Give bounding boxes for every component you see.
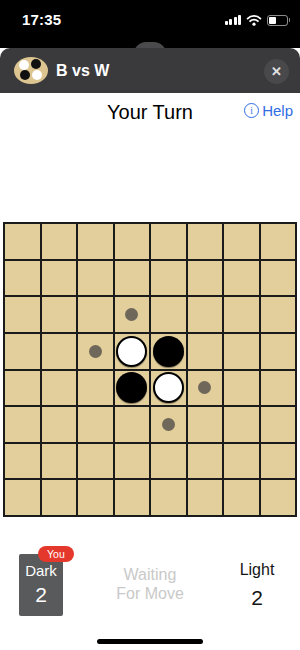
board-cell-f4[interactable] (188, 334, 223, 369)
status-bar: 17:35 (0, 0, 300, 48)
help-button[interactable]: i Help (244, 102, 293, 119)
board-cell-g3[interactable] (224, 297, 259, 332)
dark-disc (116, 372, 147, 403)
legal-move-hint (125, 308, 138, 321)
board-cell-h4[interactable] (261, 334, 296, 369)
board-cell-a2[interactable] (5, 261, 40, 296)
board-cell-b3[interactable] (42, 297, 77, 332)
dark-player-label: Dark (19, 562, 63, 579)
board-cell-d8[interactable] (115, 480, 150, 515)
board-cell-c3[interactable] (78, 297, 113, 332)
board-cell-c8[interactable] (78, 480, 113, 515)
board (3, 222, 297, 517)
move-status-text: Waiting For Move (75, 565, 225, 603)
board-cell-f5[interactable] (188, 371, 223, 406)
legal-move-hint (198, 381, 211, 394)
board-cell-e2[interactable] (151, 261, 186, 296)
board-cell-h3[interactable] (261, 297, 296, 332)
board-cell-e4[interactable] (151, 334, 186, 369)
board-cell-f2[interactable] (188, 261, 223, 296)
cellular-signal-icon (225, 15, 242, 25)
board-cell-d5[interactable] (115, 371, 150, 406)
board-cell-e6[interactable] (151, 407, 186, 442)
board-cell-b7[interactable] (42, 444, 77, 479)
board-cell-g6[interactable] (224, 407, 259, 442)
game-title: B vs W (56, 62, 109, 80)
board-cell-a6[interactable] (5, 407, 40, 442)
board-cell-b8[interactable] (42, 480, 77, 515)
dark-score: 2 (19, 583, 63, 607)
board-cell-b4[interactable] (42, 334, 77, 369)
close-button[interactable]: ✕ (264, 59, 289, 84)
legal-move-hint (89, 345, 102, 358)
board-cell-h8[interactable] (261, 480, 296, 515)
status-icons (225, 14, 291, 26)
dark-player-card: Dark 2 (19, 554, 63, 616)
board-cell-h1[interactable] (261, 224, 296, 259)
board-cell-g1[interactable] (224, 224, 259, 259)
board-cell-g8[interactable] (224, 480, 259, 515)
board-cell-f7[interactable] (188, 444, 223, 479)
board-cell-c1[interactable] (78, 224, 113, 259)
board-cell-g2[interactable] (224, 261, 259, 296)
board-cell-d4[interactable] (115, 334, 150, 369)
board-cell-d1[interactable] (115, 224, 150, 259)
board-cell-c2[interactable] (78, 261, 113, 296)
board-cell-a1[interactable] (5, 224, 40, 259)
help-label: Help (262, 102, 293, 119)
board-cell-c6[interactable] (78, 407, 113, 442)
board-cell-e1[interactable] (151, 224, 186, 259)
light-disc (153, 372, 184, 403)
othello-app-screen: 17:35 B vs W ✕ Your Turn i Help (0, 0, 300, 650)
clock: 17:35 (22, 11, 61, 28)
board-cell-g5[interactable] (224, 371, 259, 406)
board-cell-f6[interactable] (188, 407, 223, 442)
light-score: 2 (227, 586, 287, 610)
board-cell-h2[interactable] (261, 261, 296, 296)
light-disc (116, 336, 147, 367)
you-badge: You (38, 546, 74, 562)
board-cell-e8[interactable] (151, 480, 186, 515)
board-cell-b2[interactable] (42, 261, 77, 296)
board-cell-b1[interactable] (42, 224, 77, 259)
board-cell-a3[interactable] (5, 297, 40, 332)
board-cell-e3[interactable] (151, 297, 186, 332)
board-cell-a4[interactable] (5, 334, 40, 369)
board-cell-h6[interactable] (261, 407, 296, 442)
board-cell-d2[interactable] (115, 261, 150, 296)
board-cell-a7[interactable] (5, 444, 40, 479)
home-indicator[interactable] (97, 639, 203, 644)
board-cell-h5[interactable] (261, 371, 296, 406)
board-cell-e7[interactable] (151, 444, 186, 479)
light-player-card: Light 2 (227, 561, 287, 610)
board-cell-c4[interactable] (78, 334, 113, 369)
board-cell-e5[interactable] (151, 371, 186, 406)
info-icon: i (244, 103, 259, 118)
board-cell-a8[interactable] (5, 480, 40, 515)
board-cell-b6[interactable] (42, 407, 77, 442)
board-cell-c7[interactable] (78, 444, 113, 479)
board-cell-g7[interactable] (224, 444, 259, 479)
battery-icon (267, 15, 290, 26)
board-cell-f8[interactable] (188, 480, 223, 515)
board-cell-d3[interactable] (115, 297, 150, 332)
dark-disc (153, 336, 184, 367)
board-cell-h7[interactable] (261, 444, 296, 479)
board-cell-c5[interactable] (78, 371, 113, 406)
board-cell-f1[interactable] (188, 224, 223, 259)
board-cell-g4[interactable] (224, 334, 259, 369)
board-cell-f3[interactable] (188, 297, 223, 332)
close-icon: ✕ (271, 64, 282, 79)
board-cell-d7[interactable] (115, 444, 150, 479)
othello-app-icon (14, 57, 48, 84)
board-cell-b5[interactable] (42, 371, 77, 406)
wifi-icon (246, 14, 262, 26)
board-cell-d6[interactable] (115, 407, 150, 442)
board-cell-a5[interactable] (5, 371, 40, 406)
legal-move-hint (162, 418, 175, 431)
light-player-label: Light (227, 561, 287, 579)
